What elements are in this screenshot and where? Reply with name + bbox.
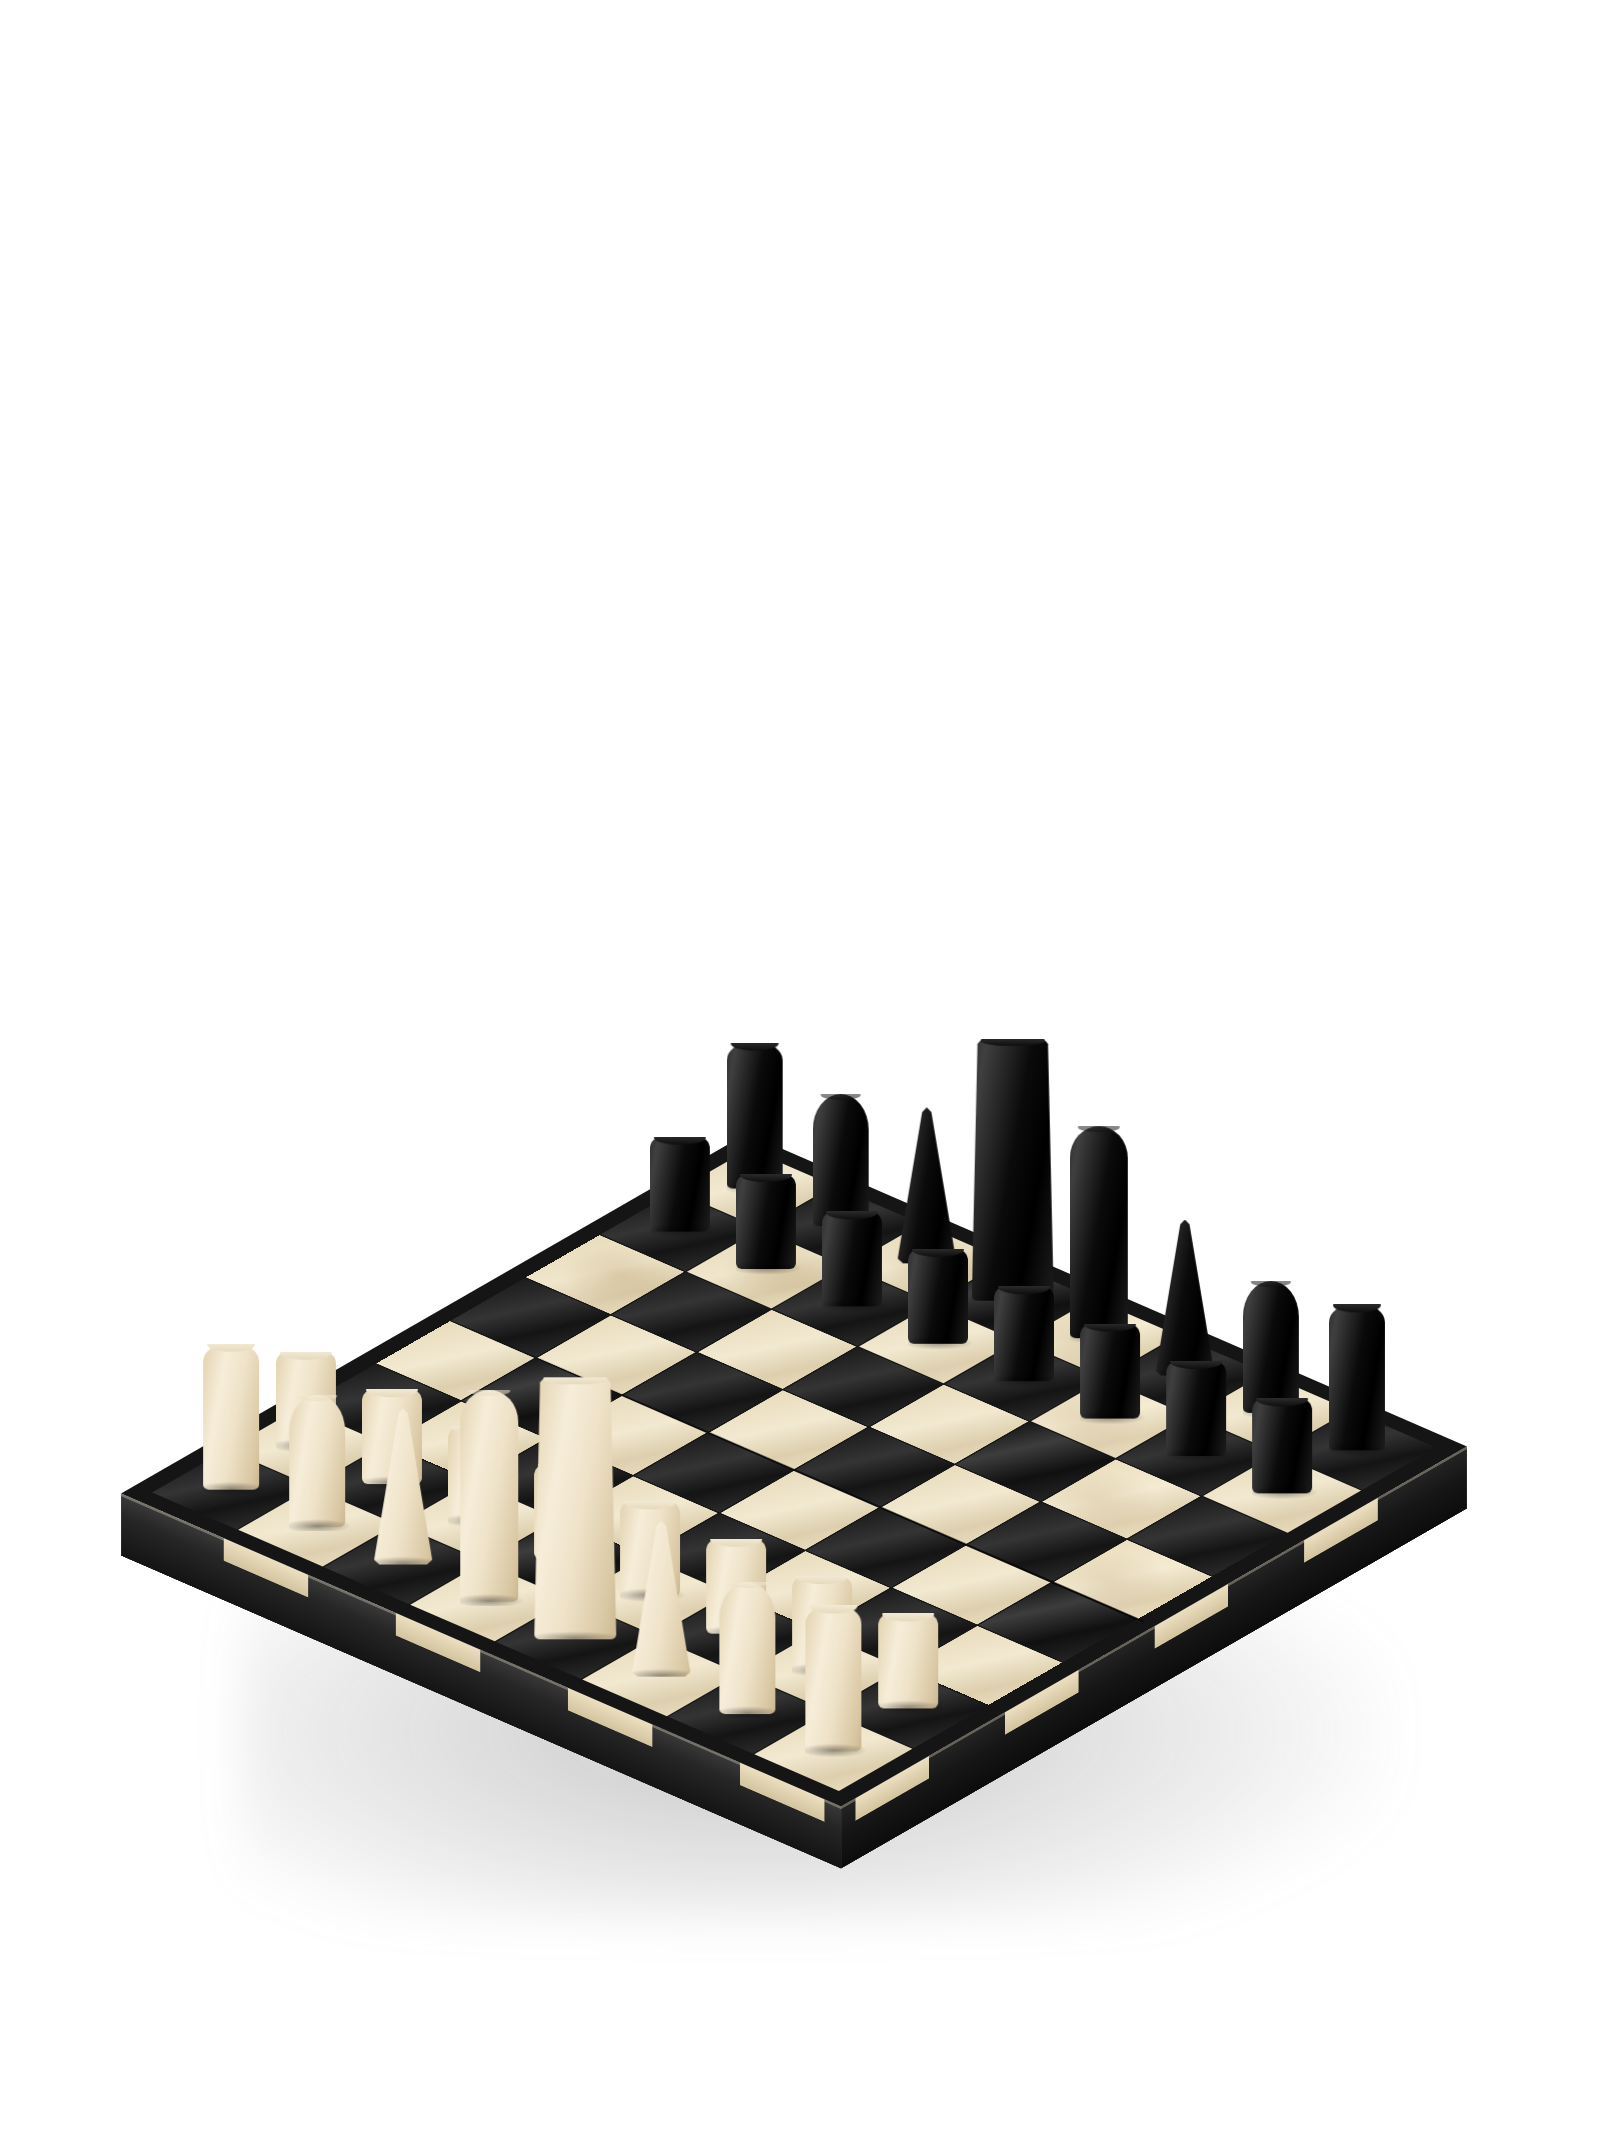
- piece-black-pawn[interactable]: [1252, 1398, 1312, 1493]
- piece-white-rook[interactable]: [805, 1605, 861, 1751]
- piece-black-pawn[interactable]: [1166, 1361, 1226, 1456]
- piece-black-rook[interactable]: [727, 1043, 783, 1189]
- piece-black-pawn[interactable]: [736, 1174, 796, 1269]
- piece-black-pawn[interactable]: [1080, 1324, 1140, 1419]
- piece-white-knight[interactable]: [719, 1582, 775, 1714]
- piece-black-pawn[interactable]: [650, 1137, 710, 1232]
- piece-black-pawn[interactable]: [994, 1286, 1054, 1381]
- piece-black-pawn[interactable]: [822, 1211, 882, 1306]
- piece-black-king[interactable]: [972, 1039, 1054, 1301]
- piece-white-queen[interactable]: [460, 1390, 518, 1602]
- piece-black-rook[interactable]: [1329, 1304, 1385, 1450]
- piece-white-knight[interactable]: [289, 1395, 345, 1527]
- piece-black-bishop[interactable]: [1152, 1220, 1218, 1376]
- piece-white-king[interactable]: [534, 1377, 616, 1639]
- piece-white-pawn[interactable]: [878, 1613, 938, 1708]
- piece-black-queen[interactable]: [1070, 1126, 1128, 1338]
- piece-black-bishop[interactable]: [894, 1107, 960, 1263]
- piece-black-pawn[interactable]: [908, 1249, 968, 1344]
- product-photo-stage: [0, 0, 1600, 2133]
- piece-white-rook[interactable]: [203, 1344, 259, 1490]
